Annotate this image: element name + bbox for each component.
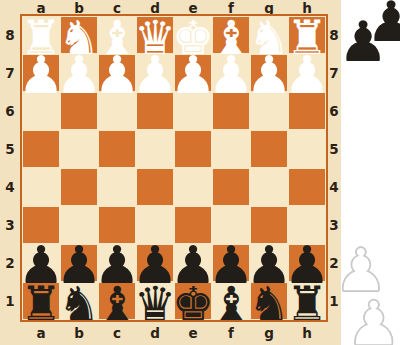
rank-label-left-3: 3: [0, 206, 20, 244]
black-rook: ♜: [286, 280, 328, 327]
rank-label-left-1: 1: [0, 282, 20, 320]
square-b3[interactable]: [60, 206, 98, 244]
square-f3[interactable]: [212, 206, 250, 244]
rank-labels-left: 87654321: [0, 16, 20, 320]
square-h5[interactable]: [288, 130, 326, 168]
square-g5[interactable]: [250, 130, 288, 168]
rank-label-left-5: 5: [0, 130, 20, 168]
square-h3[interactable]: [288, 206, 326, 244]
file-labels-bottom: abcdefgh: [22, 322, 326, 344]
file-label-bottom-h: h: [288, 322, 326, 344]
black-bishop: ♝: [210, 280, 252, 327]
black-rook: ♜: [20, 280, 62, 327]
black-king: ♚: [172, 280, 214, 327]
square-a6[interactable]: [22, 92, 60, 130]
rank-label-left-7: 7: [0, 54, 20, 92]
square-h7[interactable]: ♟: [288, 54, 326, 92]
square-c1[interactable]: ♝: [98, 282, 136, 320]
square-g7[interactable]: ♟: [250, 54, 288, 92]
square-e7[interactable]: ♟: [174, 54, 212, 92]
square-d5[interactable]: [136, 130, 174, 168]
file-label-bottom-e: e: [174, 322, 212, 344]
square-b1[interactable]: ♞: [60, 282, 98, 320]
square-f2[interactable]: ♟: [212, 244, 250, 282]
square-d6[interactable]: [136, 92, 174, 130]
square-d4[interactable]: [136, 168, 174, 206]
square-g4[interactable]: [250, 168, 288, 206]
square-c4[interactable]: [98, 168, 136, 206]
square-b8[interactable]: ♞: [60, 16, 98, 54]
square-e4[interactable]: [174, 168, 212, 206]
square-e6[interactable]: [174, 92, 212, 130]
square-c6[interactable]: [98, 92, 136, 130]
square-a7[interactable]: ♟: [22, 54, 60, 92]
file-label-bottom-a: a: [22, 322, 60, 344]
page: { "game": "chess", "description": "Chess…: [0, 0, 400, 345]
black-knight: ♞: [58, 280, 100, 327]
square-f7[interactable]: ♟: [212, 54, 250, 92]
square-g2[interactable]: ♟: [250, 244, 288, 282]
square-c2[interactable]: ♟: [98, 244, 136, 282]
file-labels-top: abcdefgh: [22, 0, 326, 14]
rank-label-left-4: 4: [0, 168, 20, 206]
square-f6[interactable]: [212, 92, 250, 130]
square-a4[interactable]: [22, 168, 60, 206]
square-b6[interactable]: [60, 92, 98, 130]
square-e1[interactable]: ♚: [174, 282, 212, 320]
square-f4[interactable]: [212, 168, 250, 206]
file-label-bottom-d: d: [136, 322, 174, 344]
rank-label-right-6: 6: [326, 92, 342, 130]
rank-label-left-6: 6: [0, 92, 20, 130]
file-label-bottom-b: b: [60, 322, 98, 344]
square-b5[interactable]: [60, 130, 98, 168]
square-g8[interactable]: ♞: [250, 16, 288, 54]
square-d1[interactable]: ♛: [136, 282, 174, 320]
black-bishop: ♝: [96, 280, 138, 327]
square-e8[interactable]: ♚: [174, 16, 212, 54]
square-c8[interactable]: ♝: [98, 16, 136, 54]
black-queen: ♛: [134, 280, 176, 327]
square-d3[interactable]: [136, 206, 174, 244]
square-g3[interactable]: [250, 206, 288, 244]
spare-white-pawn-2[interactable]: ♟: [346, 293, 400, 345]
file-label-bottom-f: f: [212, 322, 250, 344]
square-d2[interactable]: ♟: [136, 244, 174, 282]
square-c7[interactable]: ♟: [98, 54, 136, 92]
square-a1[interactable]: ♜: [22, 282, 60, 320]
rank-label-left-8: 8: [0, 16, 20, 54]
square-c5[interactable]: [98, 130, 136, 168]
file-label-bottom-c: c: [98, 322, 136, 344]
rank-label-left-2: 2: [0, 244, 20, 282]
square-b7[interactable]: ♟: [60, 54, 98, 92]
square-a3[interactable]: [22, 206, 60, 244]
board: ♜♞♝♛♚♝♞♜♟♟♟♟♟♟♟♟♟♟♟♟♟♟♟♟♜♞♝♛♚♝♞♜: [20, 14, 328, 322]
square-g6[interactable]: [250, 92, 288, 130]
spare-black-pawn-2[interactable]: ♟: [366, 0, 400, 50]
square-h4[interactable]: [288, 168, 326, 206]
square-f8[interactable]: ♝: [212, 16, 250, 54]
square-h1[interactable]: ♜: [288, 282, 326, 320]
file-label-bottom-g: g: [250, 322, 288, 344]
square-g1[interactable]: ♞: [250, 282, 288, 320]
square-d8[interactable]: ♛: [136, 16, 174, 54]
square-a5[interactable]: [22, 130, 60, 168]
square-d7[interactable]: ♟: [136, 54, 174, 92]
square-h6[interactable]: [288, 92, 326, 130]
black-knight: ♞: [248, 280, 290, 327]
square-h2[interactable]: ♟: [288, 244, 326, 282]
square-e5[interactable]: [174, 130, 212, 168]
square-c3[interactable]: [98, 206, 136, 244]
square-e3[interactable]: [174, 206, 212, 244]
square-e2[interactable]: ♟: [174, 244, 212, 282]
square-f5[interactable]: [212, 130, 250, 168]
rank-label-right-4: 4: [326, 168, 342, 206]
square-h8[interactable]: ♜: [288, 16, 326, 54]
rank-label-right-5: 5: [326, 130, 342, 168]
square-b2[interactable]: ♟: [60, 244, 98, 282]
square-a8[interactable]: ♜: [22, 16, 60, 54]
square-b4[interactable]: [60, 168, 98, 206]
square-f1[interactable]: ♝: [212, 282, 250, 320]
square-a2[interactable]: ♟: [22, 244, 60, 282]
